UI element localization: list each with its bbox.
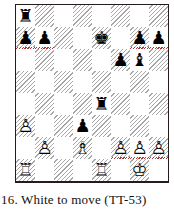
square-e7: ♚ bbox=[92, 27, 111, 49]
square-g2: ♟♙ bbox=[130, 137, 149, 159]
white-pawn: ♟♙ bbox=[131, 139, 149, 158]
black-bishop: ♝ bbox=[131, 51, 149, 70]
square-f4 bbox=[111, 93, 130, 115]
square-a7: ♟ bbox=[16, 27, 35, 49]
square-g7: ♟ bbox=[130, 27, 149, 49]
black-pawn-glyph: ♟ bbox=[150, 29, 166, 47]
square-c5 bbox=[54, 71, 73, 93]
black-pawn: ♟ bbox=[150, 29, 168, 48]
square-f3 bbox=[111, 115, 130, 137]
square-h3 bbox=[149, 115, 168, 137]
square-f7 bbox=[111, 27, 130, 49]
square-b5 bbox=[35, 71, 54, 93]
white-bishop-glyph: ♗ bbox=[74, 139, 90, 157]
square-a3: ♟♙ bbox=[16, 115, 35, 137]
square-b2: ♟♙ bbox=[35, 137, 54, 159]
square-h4 bbox=[149, 93, 168, 115]
black-bishop-glyph: ♝ bbox=[131, 51, 147, 69]
black-king: ♚ bbox=[93, 29, 111, 48]
square-a4 bbox=[16, 93, 35, 115]
square-g3 bbox=[130, 115, 149, 137]
square-h1 bbox=[149, 159, 168, 181]
square-f1 bbox=[111, 159, 130, 181]
square-g6: ♝ bbox=[130, 49, 149, 71]
white-pawn-glyph: ♙ bbox=[36, 139, 52, 157]
white-rook-glyph: ♖ bbox=[17, 161, 33, 179]
square-e2 bbox=[92, 137, 111, 159]
black-pawn-glyph: ♟ bbox=[74, 117, 90, 135]
black-pawn-glyph: ♟ bbox=[36, 29, 52, 47]
square-a6 bbox=[16, 49, 35, 71]
white-pawn-glyph: ♙ bbox=[150, 139, 166, 157]
black-rook: ♜ bbox=[17, 7, 35, 26]
square-b7: ♟ bbox=[35, 27, 54, 49]
white-pawn-glyph: ♙ bbox=[131, 139, 147, 157]
square-b4 bbox=[35, 93, 54, 115]
square-h2: ♟♙ bbox=[149, 137, 168, 159]
black-pawn-glyph: ♟ bbox=[131, 29, 147, 47]
square-h8 bbox=[149, 5, 168, 27]
square-h5 bbox=[149, 71, 168, 93]
white-pawn: ♟♙ bbox=[150, 139, 168, 158]
black-pawn-glyph: ♟ bbox=[112, 51, 128, 69]
square-d2: ♝♗ bbox=[73, 137, 92, 159]
white-pawn: ♟♙ bbox=[36, 139, 54, 158]
diagram-caption: 16. White to move (TT-53) bbox=[1, 192, 173, 208]
white-pawn-glyph: ♙ bbox=[112, 139, 128, 157]
square-c6 bbox=[54, 49, 73, 71]
square-c3 bbox=[54, 115, 73, 137]
black-pawn: ♟ bbox=[131, 29, 149, 48]
white-king-glyph: ♔ bbox=[131, 161, 147, 179]
black-rook-glyph: ♜ bbox=[93, 95, 109, 113]
square-g5 bbox=[130, 71, 149, 93]
white-pawn: ♟♙ bbox=[17, 117, 35, 136]
square-f2: ♟♙ bbox=[111, 137, 130, 159]
black-rook-glyph: ♜ bbox=[17, 7, 33, 25]
white-rook-glyph: ♖ bbox=[93, 161, 109, 179]
white-pawn: ♟♙ bbox=[112, 139, 130, 158]
white-rook: ♜♖ bbox=[17, 161, 35, 180]
black-king-glyph: ♚ bbox=[93, 29, 109, 47]
square-f8 bbox=[111, 5, 130, 27]
square-c4 bbox=[54, 93, 73, 115]
square-c1 bbox=[54, 159, 73, 181]
square-d7 bbox=[73, 27, 92, 49]
square-d4 bbox=[73, 93, 92, 115]
square-a5 bbox=[16, 71, 35, 93]
square-a8: ♜ bbox=[16, 5, 35, 27]
square-e6 bbox=[92, 49, 111, 71]
square-b8 bbox=[35, 5, 54, 27]
white-pawn-glyph: ♙ bbox=[17, 117, 33, 135]
square-e5 bbox=[92, 71, 111, 93]
square-a2 bbox=[16, 137, 35, 159]
white-king: ♚♔ bbox=[131, 161, 149, 180]
square-e4: ♜ bbox=[92, 93, 111, 115]
square-d3: ♟ bbox=[73, 115, 92, 137]
square-g4 bbox=[130, 93, 149, 115]
square-b6 bbox=[35, 49, 54, 71]
black-pawn-glyph: ♟ bbox=[17, 29, 33, 47]
square-d5 bbox=[73, 71, 92, 93]
square-f6: ♟ bbox=[111, 49, 130, 71]
square-g1: ♚♔ bbox=[130, 159, 149, 181]
square-e1: ♜♖ bbox=[92, 159, 111, 181]
square-f5 bbox=[111, 71, 130, 93]
black-pawn: ♟ bbox=[74, 117, 92, 136]
square-h6 bbox=[149, 49, 168, 71]
black-rook: ♜ bbox=[93, 95, 111, 114]
square-d8 bbox=[73, 5, 92, 27]
black-pawn: ♟ bbox=[112, 51, 130, 70]
diagram-page: ♜♟♟♚♟♟♟♝♜♟♙♟♟♙♝♗♟♙♟♙♟♙♜♖♜♖♚♔ 16. White t… bbox=[0, 0, 174, 214]
black-pawn: ♟ bbox=[36, 29, 54, 48]
square-b3 bbox=[35, 115, 54, 137]
square-c2 bbox=[54, 137, 73, 159]
black-pawn: ♟ bbox=[17, 29, 35, 48]
square-e3 bbox=[92, 115, 111, 137]
square-b1 bbox=[35, 159, 54, 181]
white-rook: ♜♖ bbox=[93, 161, 111, 180]
square-h7: ♟ bbox=[149, 27, 168, 49]
square-e8 bbox=[92, 5, 111, 27]
square-d1 bbox=[73, 159, 92, 181]
white-bishop: ♝♗ bbox=[74, 139, 92, 158]
square-c8 bbox=[54, 5, 73, 27]
square-c7 bbox=[54, 27, 73, 49]
square-g8 bbox=[130, 5, 149, 27]
chess-board: ♜♟♟♚♟♟♟♝♜♟♙♟♟♙♝♗♟♙♟♙♟♙♜♖♜♖♚♔ bbox=[15, 4, 169, 183]
square-d6 bbox=[73, 49, 92, 71]
square-a1: ♜♖ bbox=[16, 159, 35, 181]
